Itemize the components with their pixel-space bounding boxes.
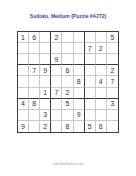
sudoku-cell-r4c1: [18, 65, 29, 76]
sudoku-cell-r3c7: [85, 54, 96, 65]
sudoku-cell-r5c4: [51, 76, 62, 87]
sudoku-cell-r3c8: [96, 54, 107, 65]
footer-url: www.PrintSudoku.com: [0, 162, 136, 166]
sudoku-cell-r9c8: 6: [96, 121, 107, 132]
sudoku-cell-r6c6: [74, 88, 85, 99]
sudoku-cell-r2c2: [29, 43, 40, 54]
sudoku-sheet: Sudoku, Medium (Puzzle #A272) 1625729796…: [0, 0, 136, 176]
sudoku-cell-r8c3: 3: [40, 110, 51, 121]
sudoku-cell-r1c7: [85, 32, 96, 43]
sudoku-cell-r1c6: [74, 32, 85, 43]
sudoku-cell-r4c3: 9: [40, 65, 51, 76]
sudoku-cell-r9c6: [74, 121, 85, 132]
sudoku-cell-r8c5: [62, 110, 73, 121]
sudoku-cell-r4c4: [51, 65, 62, 76]
sudoku-cell-r2c6: [74, 43, 85, 54]
sudoku-cell-r5c1: [18, 76, 29, 87]
sudoku-cell-r2c8: 2: [96, 43, 107, 54]
sudoku-cell-r8c8: [96, 110, 107, 121]
sudoku-cell-r2c3: [40, 43, 51, 54]
sudoku-cell-r3c2: [29, 54, 40, 65]
sudoku-cell-r9c7: 5: [85, 121, 96, 132]
sudoku-cell-r3c3: [40, 54, 51, 65]
sudoku-cell-r7c4: [51, 99, 62, 110]
sudoku-cell-r6c2: [29, 88, 40, 99]
sudoku-cell-r3c5: [62, 54, 73, 65]
sudoku-cell-r6c5: 2: [62, 88, 73, 99]
puzzle-title: Sudoku, Medium (Puzzle #A272): [0, 13, 136, 19]
sudoku-cell-r3c4: 9: [51, 54, 62, 65]
sudoku-cell-r1c8: [96, 32, 107, 43]
sudoku-cell-r6c9: [107, 88, 118, 99]
sudoku-cell-r2c1: [18, 43, 29, 54]
sudoku-cell-r5c9: 7: [107, 76, 118, 87]
sudoku-cell-r1c9: 5: [107, 32, 118, 43]
sudoku-cell-r4c9: 2: [107, 65, 118, 76]
sudoku-cell-r8c9: [107, 110, 118, 121]
sudoku-cell-r4c5: 6: [62, 65, 73, 76]
sudoku-cell-r2c7: 7: [85, 43, 96, 54]
sudoku-cell-r1c1: 1: [18, 32, 29, 43]
sudoku-cell-r6c7: [85, 88, 96, 99]
sudoku-cell-r8c2: [29, 110, 40, 121]
sudoku-cell-r8c4: [51, 110, 62, 121]
sudoku-cell-r2c9: [107, 43, 118, 54]
sudoku-cell-r2c5: [62, 43, 73, 54]
sudoku-cell-r6c4: 7: [51, 88, 62, 99]
sudoku-cell-r7c1: 4: [18, 99, 29, 110]
sudoku-cell-r9c2: [29, 121, 40, 132]
sudoku-cell-r7c2: 8: [29, 99, 40, 110]
sudoku-cell-r8c6: 9: [74, 110, 85, 121]
sudoku-cell-r5c6: 8: [74, 76, 85, 87]
sudoku-cell-r2c4: [51, 43, 62, 54]
sudoku-cell-r1c5: [62, 32, 73, 43]
sudoku-cell-r4c2: 7: [29, 65, 40, 76]
sudoku-cell-r8c1: [18, 110, 29, 121]
sudoku-cell-r9c4: [51, 121, 62, 132]
sudoku-cell-r9c9: [107, 121, 118, 132]
sudoku-cell-r3c1: [18, 54, 29, 65]
sudoku-cell-r7c6: [74, 99, 85, 110]
sudoku-cell-r6c8: [96, 88, 107, 99]
sudoku-cell-r5c2: [29, 76, 40, 87]
sudoku-cell-r7c8: [96, 99, 107, 110]
sudoku-cell-r7c7: [85, 99, 96, 110]
sudoku-cell-r4c7: [85, 65, 96, 76]
sudoku-cell-r4c6: [74, 65, 85, 76]
sudoku-cell-r9c3: 2: [40, 121, 51, 132]
sudoku-cell-r4c8: [96, 65, 107, 76]
sudoku-cell-r3c6: [74, 54, 85, 65]
sudoku-cell-r6c1: [18, 88, 29, 99]
sudoku-cell-r1c4: 2: [51, 32, 62, 43]
sudoku-cell-r5c5: [62, 76, 73, 87]
sudoku-cell-r6c3: 1: [40, 88, 51, 99]
sudoku-cell-r5c7: [85, 76, 96, 87]
sudoku-cell-r1c3: [40, 32, 51, 43]
sudoku-cell-r7c3: [40, 99, 51, 110]
sudoku-cell-r5c8: 4: [96, 76, 107, 87]
sudoku-cell-r3c9: [107, 54, 118, 65]
sudoku-board: 1625729796284717248533992856: [17, 31, 119, 133]
sudoku-cell-r7c5: 5: [62, 99, 73, 110]
sudoku-cell-r7c9: 3: [107, 99, 118, 110]
sudoku-cell-r9c5: 8: [62, 121, 73, 132]
sudoku-cell-r8c7: [85, 110, 96, 121]
sudoku-cell-r1c2: 6: [29, 32, 40, 43]
sudoku-cell-r5c3: [40, 76, 51, 87]
sudoku-cell-r9c1: 9: [18, 121, 29, 132]
